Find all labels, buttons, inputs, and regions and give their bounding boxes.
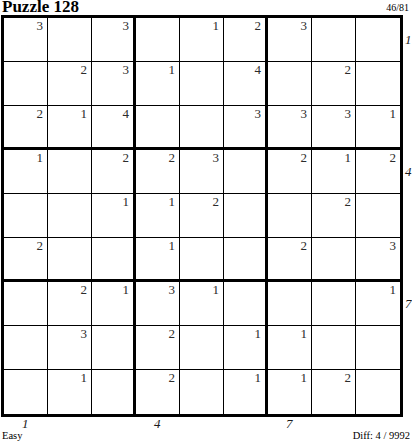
clue-digit: 3 [213,150,220,165]
cell-r5c5[interactable]: 2 [180,194,224,238]
clue-digit: 4 [123,106,130,121]
cell-r3c9[interactable]: 1 [356,106,400,150]
cell-r3c7[interactable]: 3 [268,106,312,150]
cell-r5c8[interactable]: 2 [312,194,356,238]
cell-r1c8[interactable] [312,18,356,62]
cell-r7c3[interactable]: 1 [92,282,136,326]
cell-r6c6[interactable] [224,238,268,282]
clue-digit: 1 [169,238,176,253]
difficulty-rating: Diff: 4 / 9992 [353,430,410,442]
clue-digit: 1 [169,194,176,209]
puzzle-board: 3312323142214333112232121122212321311321… [1,15,403,417]
clue-digit: 2 [301,150,308,165]
row-label-4: 4 [405,165,412,179]
clue-counter: 46/81 [386,2,409,13]
cell-r2c6[interactable]: 4 [224,62,268,106]
cell-r7c6[interactable] [224,282,268,326]
cell-r6c2[interactable] [48,238,92,282]
cell-r1c3[interactable]: 3 [92,18,136,62]
cell-r1c5[interactable]: 1 [180,18,224,62]
cell-r9c9[interactable] [356,370,400,414]
cell-r8c9[interactable] [356,326,400,370]
cell-r3c2[interactable]: 1 [48,106,92,150]
cell-r3c4[interactable] [136,106,180,150]
cell-r3c6[interactable]: 3 [224,106,268,150]
clue-digit: 3 [37,18,44,33]
clue-digit: 2 [81,282,88,297]
clue-digit: 1 [301,326,308,341]
cell-r1c4[interactable] [136,18,180,62]
clue-digit: 1 [37,150,44,165]
cell-r1c9[interactable] [356,18,400,62]
cell-r5c7[interactable] [268,194,312,238]
clue-digit: 3 [301,106,308,121]
cell-r9c1[interactable] [4,370,48,414]
cell-r6c8[interactable] [312,238,356,282]
clue-digit: 2 [255,18,262,33]
clue-digit: 1 [301,370,308,385]
cell-r7c7[interactable] [268,282,312,326]
cell-r7c2[interactable]: 2 [48,282,92,326]
clue-digit: 2 [213,194,220,209]
clue-digit: 1 [213,282,220,297]
clue-digit: 2 [169,150,176,165]
cell-r7c5[interactable]: 1 [180,282,224,326]
cell-r4c5[interactable]: 3 [180,150,224,194]
clue-digit: 2 [37,106,44,121]
cell-r8c5[interactable] [180,326,224,370]
clue-digit: 3 [390,238,397,253]
clue-digit: 2 [345,62,352,77]
clue-digit: 4 [255,62,262,77]
cell-r3c8[interactable]: 3 [312,106,356,150]
cell-r9c3[interactable] [92,370,136,414]
cell-r4c6[interactable] [224,150,268,194]
cell-r4c3[interactable]: 2 [92,150,136,194]
clue-digit: 1 [255,370,262,385]
clue-digit: 3 [255,106,262,121]
cell-r1c6[interactable]: 2 [224,18,268,62]
cell-r8c7[interactable]: 1 [268,326,312,370]
cell-r5c6[interactable] [224,194,268,238]
cell-r7c4[interactable]: 3 [136,282,180,326]
cell-r8c6[interactable]: 1 [224,326,268,370]
col-label-7: 7 [286,417,293,431]
cell-r4c8[interactable]: 1 [312,150,356,194]
cell-r5c2[interactable] [48,194,92,238]
clue-digit: 2 [169,326,176,341]
cell-r6c7[interactable]: 2 [268,238,312,282]
clue-digit: 1 [213,18,220,33]
cell-r4c9[interactable]: 2 [356,150,400,194]
cell-r5c9[interactable] [356,194,400,238]
clue-digit: 1 [81,106,88,121]
clue-digit: 2 [390,150,397,165]
cell-r3c1[interactable]: 2 [4,106,48,150]
cell-r2c5[interactable] [180,62,224,106]
clue-digit: 3 [81,326,88,341]
cell-r9c5[interactable] [180,370,224,414]
cell-r5c1[interactable] [4,194,48,238]
cell-r9c6[interactable]: 1 [224,370,268,414]
cell-r6c5[interactable] [180,238,224,282]
cell-r2c4[interactable]: 1 [136,62,180,106]
clue-digit: 2 [169,370,176,385]
cell-r9c7[interactable]: 1 [268,370,312,414]
page-title: Puzzle 128 [2,0,79,16]
cell-r8c3[interactable] [92,326,136,370]
cell-r2c3[interactable]: 3 [92,62,136,106]
clue-digit: 1 [255,326,262,341]
clue-digit: 2 [345,370,352,385]
clue-digit: 3 [345,106,352,121]
cell-r2c9[interactable] [356,62,400,106]
clue-digit: 3 [123,62,130,77]
cell-r2c7[interactable] [268,62,312,106]
cell-r2c8[interactable]: 2 [312,62,356,106]
clue-digit: 1 [169,62,176,77]
cell-r6c9[interactable]: 3 [356,238,400,282]
cell-r9c8[interactable]: 2 [312,370,356,414]
row-label-1: 1 [405,33,412,47]
clue-digit: 3 [123,18,130,33]
clue-digit: 2 [301,238,308,253]
cell-r1c7[interactable]: 3 [268,18,312,62]
cell-r3c3[interactable]: 4 [92,106,136,150]
cell-r3c5[interactable] [180,106,224,150]
row-label-7: 7 [405,297,412,311]
cell-r7c8[interactable] [312,282,356,326]
clue-digit: 2 [123,150,130,165]
clue-digit: 3 [169,282,176,297]
clue-digit: 1 [345,150,352,165]
cell-r9c2[interactable]: 1 [48,370,92,414]
cell-r6c4[interactable]: 1 [136,238,180,282]
col-label-1: 1 [22,417,29,431]
cell-r4c2[interactable] [48,150,92,194]
cell-r6c3[interactable] [92,238,136,282]
cell-r5c3[interactable]: 1 [92,194,136,238]
cell-r4c7[interactable]: 2 [268,150,312,194]
cell-r5c4[interactable]: 1 [136,194,180,238]
cell-r7c1[interactable] [4,282,48,326]
difficulty-label: Easy [2,430,22,442]
cell-r8c1[interactable] [4,326,48,370]
clue-digit: 1 [81,370,88,385]
cell-r4c1[interactable]: 1 [4,150,48,194]
cell-r8c8[interactable] [312,326,356,370]
cell-r2c2[interactable]: 2 [48,62,92,106]
cell-r9c4[interactable]: 2 [136,370,180,414]
clue-digit: 2 [37,238,44,253]
cell-r8c4[interactable]: 2 [136,326,180,370]
cell-r6c1[interactable]: 2 [4,238,48,282]
cell-r1c1[interactable]: 3 [4,18,48,62]
cell-r1c2[interactable] [48,18,92,62]
clue-digit: 2 [345,194,352,209]
clue-digit: 1 [123,194,130,209]
clue-digit: 2 [81,62,88,77]
clue-digit: 1 [390,106,397,121]
clue-digit: 1 [390,282,397,297]
clue-digit: 3 [301,18,308,33]
cell-r4c4[interactable]: 2 [136,150,180,194]
cell-r7c9[interactable]: 1 [356,282,400,326]
col-label-4: 4 [154,417,161,431]
cell-r8c2[interactable]: 3 [48,326,92,370]
clue-digit: 1 [123,282,130,297]
cell-r2c1[interactable] [4,62,48,106]
